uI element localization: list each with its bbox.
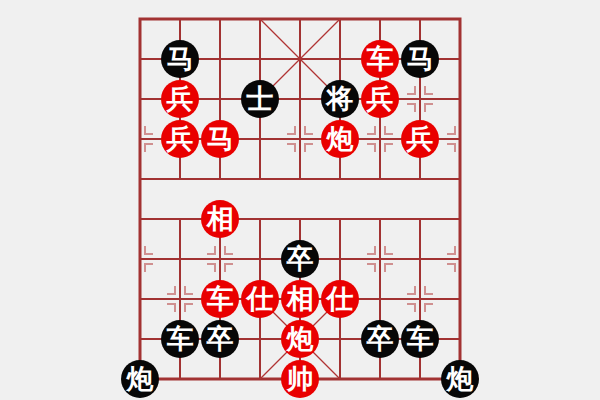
board-pieces: 马车马兵士将兵兵马炮兵相卒车仕相仕车卒炮卒车炮帅炮 (120, 0, 480, 399)
red-elephant[interactable]: 相 (201, 200, 239, 238)
black-cannon[interactable]: 炮 (121, 360, 159, 398)
black-soldier[interactable]: 卒 (281, 240, 319, 278)
red-soldier[interactable]: 兵 (401, 120, 439, 158)
black-advisor[interactable]: 士 (241, 80, 279, 118)
xiangqi-board: 马车马兵士将兵兵马炮兵相卒车仕相仕车卒炮卒车炮帅炮 (0, 0, 600, 400)
red-soldier[interactable]: 兵 (361, 80, 399, 118)
red-cannon[interactable]: 炮 (321, 120, 359, 158)
red-soldier[interactable]: 兵 (161, 120, 199, 158)
red-chariot[interactable]: 车 (201, 280, 239, 318)
black-horse[interactable]: 马 (401, 40, 439, 78)
black-soldier[interactable]: 卒 (201, 320, 239, 358)
black-soldier[interactable]: 卒 (361, 320, 399, 358)
red-chariot[interactable]: 车 (361, 40, 399, 78)
red-soldier[interactable]: 兵 (161, 80, 199, 118)
red-elephant[interactable]: 相 (281, 280, 319, 318)
black-cannon[interactable]: 炮 (441, 360, 479, 398)
red-advisor[interactable]: 仕 (321, 280, 359, 318)
red-advisor[interactable]: 仕 (241, 280, 279, 318)
black-horse[interactable]: 马 (161, 40, 199, 78)
black-chariot[interactable]: 车 (161, 320, 199, 358)
black-chariot[interactable]: 车 (401, 320, 439, 358)
red-general[interactable]: 帅 (281, 360, 319, 398)
red-cannon[interactable]: 炮 (281, 320, 319, 358)
black-general[interactable]: 将 (321, 80, 359, 118)
red-horse[interactable]: 马 (201, 120, 239, 158)
